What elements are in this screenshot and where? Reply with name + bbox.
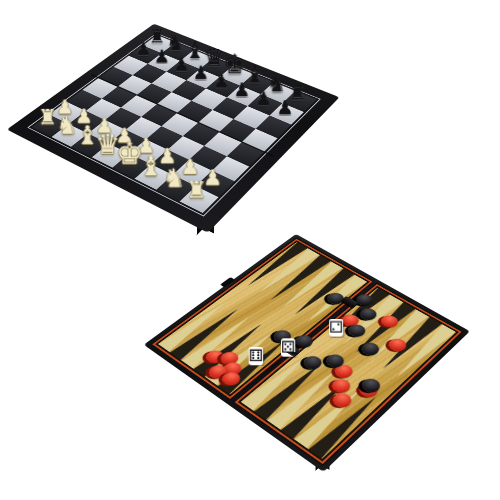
white-knight-icon: ♞ bbox=[149, 142, 198, 191]
backgammon-point bbox=[308, 392, 383, 459]
black-pawn-icon: ♟ bbox=[220, 55, 263, 98]
white-pawn-icon: ♟ bbox=[123, 108, 170, 155]
black-pawn-icon: ♟ bbox=[161, 31, 202, 72]
backgammon-point bbox=[193, 320, 267, 377]
white-pawn-icon: ♟ bbox=[144, 118, 191, 165]
backgammon-point bbox=[267, 367, 342, 430]
white-pawn-icon: ♟ bbox=[43, 71, 87, 115]
black-pawn-icon: ♟ bbox=[123, 16, 163, 56]
white-pawn-icon: ♟ bbox=[82, 89, 127, 134]
white-bishop-icon: ♝ bbox=[64, 102, 110, 148]
white-queen-icon: ♛ bbox=[85, 111, 132, 158]
black-pawn-icon: ♟ bbox=[180, 39, 222, 81]
black-pawn-icon: ♟ bbox=[200, 47, 243, 90]
white-knight-icon: ♞ bbox=[44, 92, 90, 138]
product-photo-stage: ♜♞♝♛♚♝♞♜♟♟♟♟♟♟♟♟♟♟♟♟♟♟♟♟♜♞♝♛♚♝♞♜ ⚁⚄⚅ bbox=[0, 0, 500, 500]
black-pawn-icon: ♟ bbox=[242, 63, 286, 107]
white-rook-icon: ♜ bbox=[172, 153, 222, 203]
white-pawn-icon: ♟ bbox=[166, 128, 214, 176]
backgammon-point bbox=[294, 384, 369, 449]
white-rook-icon: ♜ bbox=[25, 83, 70, 128]
backgammon-point bbox=[158, 298, 232, 352]
black-pawn-icon: ♟ bbox=[263, 72, 307, 116]
white-pawn-icon: ♟ bbox=[102, 98, 148, 144]
white-king-icon: ♚ bbox=[106, 121, 153, 168]
backgammon-set: ⚁⚄⚅ bbox=[144, 234, 470, 472]
white-pawn-icon: ♟ bbox=[62, 80, 107, 125]
white-pawn-icon: ♟ bbox=[189, 138, 238, 187]
chess-set: ♜♞♝♛♚♝♞♜♟♟♟♟♟♟♟♟♟♟♟♟♟♟♟♟♜♞♝♛♚♝♞♜ bbox=[7, 24, 340, 233]
black-pawn-icon: ♟ bbox=[142, 24, 183, 65]
backgammon-point bbox=[280, 375, 355, 439]
chess-piece-layer: ♜♞♝♛♚♝♞♜♟♟♟♟♟♟♟♟♟♟♟♟♟♟♟♟♜♞♝♛♚♝♞♜ bbox=[32, 36, 317, 215]
backgammon-point bbox=[181, 313, 255, 369]
white-bishop-icon: ♝ bbox=[127, 132, 175, 180]
chess-board: ♜♞♝♛♚♝♞♜♟♟♟♟♟♟♟♟♟♟♟♟♟♟♟♟♜♞♝♛♚♝♞♜ bbox=[27, 33, 320, 217]
